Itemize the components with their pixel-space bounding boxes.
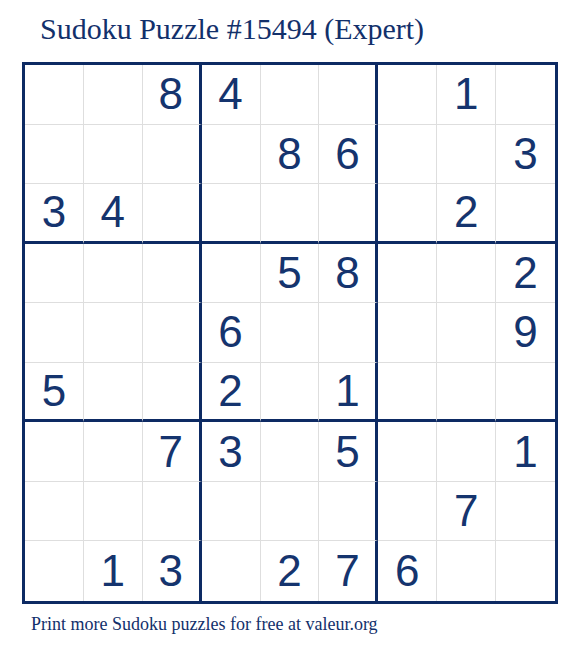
sudoku-cell-r1c5[interactable] bbox=[261, 65, 320, 125]
sudoku-cell-r8c2[interactable] bbox=[84, 482, 143, 542]
sudoku-cell-r3c5[interactable] bbox=[261, 184, 320, 244]
sudoku-cell-r5c8[interactable] bbox=[437, 303, 496, 363]
sudoku-cell-r2c5[interactable]: 8 bbox=[261, 125, 320, 185]
sudoku-cell-r2c4[interactable] bbox=[202, 125, 261, 185]
sudoku-cell-r4c4[interactable] bbox=[202, 244, 261, 304]
page-title: Sudoku Puzzle #15494 (Expert) bbox=[40, 12, 424, 46]
sudoku-cell-r7c1[interactable] bbox=[25, 422, 84, 482]
sudoku-cell-r2c3[interactable] bbox=[143, 125, 202, 185]
sudoku-cell-r6c9[interactable] bbox=[496, 363, 555, 423]
sudoku-cell-r8c8[interactable]: 7 bbox=[437, 482, 496, 542]
sudoku-cell-r7c3[interactable]: 7 bbox=[143, 422, 202, 482]
sudoku-cell-r5c5[interactable] bbox=[261, 303, 320, 363]
sudoku-cell-r3c1[interactable]: 3 bbox=[25, 184, 84, 244]
sudoku-cell-r9c2[interactable]: 1 bbox=[84, 541, 143, 601]
sudoku-cell-r4c2[interactable] bbox=[84, 244, 143, 304]
sudoku-cell-r8c3[interactable] bbox=[143, 482, 202, 542]
sudoku-cell-r8c5[interactable] bbox=[261, 482, 320, 542]
sudoku-cell-r1c2[interactable] bbox=[84, 65, 143, 125]
sudoku-cell-r3c3[interactable] bbox=[143, 184, 202, 244]
sudoku-cell-r9c9[interactable] bbox=[496, 541, 555, 601]
sudoku-cell-r1c1[interactable] bbox=[25, 65, 84, 125]
sudoku-cell-r5c6[interactable] bbox=[319, 303, 378, 363]
sudoku-cell-r7c5[interactable] bbox=[261, 422, 320, 482]
sudoku-cell-r4c8[interactable] bbox=[437, 244, 496, 304]
sudoku-cell-r6c6[interactable]: 1 bbox=[319, 363, 378, 423]
sudoku-cell-r1c9[interactable] bbox=[496, 65, 555, 125]
sudoku-board: 841863342582695217351713276 bbox=[22, 62, 558, 604]
sudoku-cell-r2c1[interactable] bbox=[25, 125, 84, 185]
sudoku-cell-r6c3[interactable] bbox=[143, 363, 202, 423]
sudoku-cell-r8c6[interactable] bbox=[319, 482, 378, 542]
sudoku-cell-r1c4[interactable]: 4 bbox=[202, 65, 261, 125]
sudoku-cell-r6c7[interactable] bbox=[378, 363, 437, 423]
sudoku-cell-r9c3[interactable]: 3 bbox=[143, 541, 202, 601]
sudoku-cell-r5c7[interactable] bbox=[378, 303, 437, 363]
sudoku-cell-r4c5[interactable]: 5 bbox=[261, 244, 320, 304]
sudoku-cell-r8c4[interactable] bbox=[202, 482, 261, 542]
sudoku-cell-r8c7[interactable] bbox=[378, 482, 437, 542]
sudoku-cell-r7c6[interactable]: 5 bbox=[319, 422, 378, 482]
sudoku-cell-r7c4[interactable]: 3 bbox=[202, 422, 261, 482]
sudoku-cell-r3c9[interactable] bbox=[496, 184, 555, 244]
sudoku-cell-r3c8[interactable]: 2 bbox=[437, 184, 496, 244]
sudoku-cell-r4c6[interactable]: 8 bbox=[319, 244, 378, 304]
sudoku-cell-r7c9[interactable]: 1 bbox=[496, 422, 555, 482]
sudoku-cell-r1c8[interactable]: 1 bbox=[437, 65, 496, 125]
footer-text: Print more Sudoku puzzles for free at va… bbox=[31, 614, 378, 635]
sudoku-cell-r1c3[interactable]: 8 bbox=[143, 65, 202, 125]
sudoku-cell-r9c8[interactable] bbox=[437, 541, 496, 601]
sudoku-cell-r1c7[interactable] bbox=[378, 65, 437, 125]
sudoku-cell-r4c7[interactable] bbox=[378, 244, 437, 304]
sudoku-cell-r3c2[interactable]: 4 bbox=[84, 184, 143, 244]
sudoku-cell-r4c3[interactable] bbox=[143, 244, 202, 304]
sudoku-cell-r8c9[interactable] bbox=[496, 482, 555, 542]
sudoku-cell-r2c6[interactable]: 6 bbox=[319, 125, 378, 185]
sudoku-cell-r7c2[interactable] bbox=[84, 422, 143, 482]
sudoku-cell-r1c6[interactable] bbox=[319, 65, 378, 125]
sudoku-cell-r9c4[interactable] bbox=[202, 541, 261, 601]
sudoku-cell-r6c4[interactable]: 2 bbox=[202, 363, 261, 423]
sudoku-cell-r4c9[interactable]: 2 bbox=[496, 244, 555, 304]
sudoku-cell-r6c5[interactable] bbox=[261, 363, 320, 423]
sudoku-cell-r8c1[interactable] bbox=[25, 482, 84, 542]
sudoku-cell-r5c1[interactable] bbox=[25, 303, 84, 363]
sudoku-cell-r3c4[interactable] bbox=[202, 184, 261, 244]
sudoku-cell-r3c7[interactable] bbox=[378, 184, 437, 244]
sudoku-cell-r2c9[interactable]: 3 bbox=[496, 125, 555, 185]
sudoku-page: Sudoku Puzzle #15494 (Expert) 8418633425… bbox=[0, 0, 580, 651]
sudoku-cell-r5c4[interactable]: 6 bbox=[202, 303, 261, 363]
sudoku-cell-r2c8[interactable] bbox=[437, 125, 496, 185]
sudoku-cell-r6c2[interactable] bbox=[84, 363, 143, 423]
sudoku-cell-r5c3[interactable] bbox=[143, 303, 202, 363]
sudoku-cell-r6c1[interactable]: 5 bbox=[25, 363, 84, 423]
sudoku-cell-r3c6[interactable] bbox=[319, 184, 378, 244]
sudoku-cell-r7c7[interactable] bbox=[378, 422, 437, 482]
sudoku-cell-r2c2[interactable] bbox=[84, 125, 143, 185]
sudoku-cell-r9c1[interactable] bbox=[25, 541, 84, 601]
sudoku-cell-r4c1[interactable] bbox=[25, 244, 84, 304]
sudoku-cell-r9c6[interactable]: 7 bbox=[319, 541, 378, 601]
sudoku-cell-r7c8[interactable] bbox=[437, 422, 496, 482]
sudoku-cell-r5c9[interactable]: 9 bbox=[496, 303, 555, 363]
sudoku-cell-r5c2[interactable] bbox=[84, 303, 143, 363]
sudoku-cell-r9c5[interactable]: 2 bbox=[261, 541, 320, 601]
sudoku-cell-r2c7[interactable] bbox=[378, 125, 437, 185]
sudoku-cell-r6c8[interactable] bbox=[437, 363, 496, 423]
sudoku-cell-r9c7[interactable]: 6 bbox=[378, 541, 437, 601]
